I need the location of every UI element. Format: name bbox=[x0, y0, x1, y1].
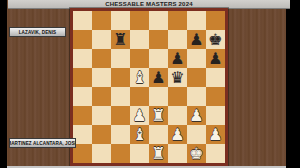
square-a8 bbox=[73, 11, 92, 30]
white-bishop-d5: ♝ bbox=[132, 68, 146, 87]
square-d2: ♝ bbox=[130, 125, 149, 144]
bottom-edge-strip bbox=[7, 166, 286, 168]
square-g6 bbox=[187, 49, 206, 68]
square-a6 bbox=[73, 49, 92, 68]
square-b5 bbox=[92, 68, 111, 87]
black-pawn-h6: ♟ bbox=[208, 49, 222, 68]
square-h7: ♚ bbox=[206, 30, 225, 49]
white-pawn-g3: ♟ bbox=[189, 106, 203, 125]
square-c5 bbox=[111, 68, 130, 87]
square-e4 bbox=[149, 87, 168, 106]
square-a4 bbox=[73, 87, 92, 106]
chess-board: ♜♟♚♟♟♝♟♛♟♜♟♝♟♟♜♚ bbox=[73, 11, 225, 163]
white-pawn-h2: ♟ bbox=[208, 125, 222, 144]
event-title: CHESSABLE MASTERS 2024 bbox=[105, 1, 192, 7]
square-b2 bbox=[92, 125, 111, 144]
white-rook-e1: ♜ bbox=[151, 144, 165, 163]
square-e3: ♜ bbox=[149, 106, 168, 125]
square-b3 bbox=[92, 106, 111, 125]
black-pawn-e5: ♟ bbox=[151, 68, 165, 87]
square-d8 bbox=[130, 11, 149, 30]
square-c8 bbox=[111, 11, 130, 30]
square-h5 bbox=[206, 68, 225, 87]
white-bishop-d2: ♝ bbox=[132, 125, 146, 144]
square-d3: ♟ bbox=[130, 106, 149, 125]
square-a5 bbox=[73, 68, 92, 87]
square-d6 bbox=[130, 49, 149, 68]
square-e1: ♜ bbox=[149, 144, 168, 163]
player-name-black: LAZAVIK, DENIS bbox=[19, 30, 57, 35]
white-pawn-f2: ♟ bbox=[170, 125, 184, 144]
square-c3 bbox=[111, 106, 130, 125]
player-plate-white: MARTINEZ ALCANTARA, JOSE bbox=[9, 138, 76, 148]
square-e6 bbox=[149, 49, 168, 68]
square-f6: ♟ bbox=[168, 49, 187, 68]
square-g3: ♟ bbox=[187, 106, 206, 125]
square-b8 bbox=[92, 11, 111, 30]
black-pawn-f6: ♟ bbox=[170, 49, 184, 68]
square-b6 bbox=[92, 49, 111, 68]
square-f8 bbox=[168, 11, 187, 30]
square-h3 bbox=[206, 106, 225, 125]
square-f3 bbox=[168, 106, 187, 125]
square-b4 bbox=[92, 87, 111, 106]
square-a3 bbox=[73, 106, 92, 125]
square-d7 bbox=[130, 30, 149, 49]
square-b1 bbox=[92, 144, 111, 163]
square-d1 bbox=[130, 144, 149, 163]
square-h4 bbox=[206, 87, 225, 106]
chess-board-frame: ♜♟♚♟♟♝♟♛♟♜♟♝♟♟♜♚ bbox=[70, 8, 228, 166]
square-a7 bbox=[73, 30, 92, 49]
black-queen-f5: ♛ bbox=[170, 68, 184, 87]
square-g5 bbox=[187, 68, 206, 87]
square-c7: ♜ bbox=[111, 30, 130, 49]
square-f2: ♟ bbox=[168, 125, 187, 144]
square-f1 bbox=[168, 144, 187, 163]
square-e7 bbox=[149, 30, 168, 49]
square-h1 bbox=[206, 144, 225, 163]
square-e5: ♟ bbox=[149, 68, 168, 87]
square-g2 bbox=[187, 125, 206, 144]
broadcast-frame: CHESSABLE MASTERS 2024 LAZAVIK, DENIS ♜♟… bbox=[0, 0, 300, 168]
player-name-white: MARTINEZ ALCANTARA, JOSE bbox=[9, 141, 76, 146]
player-plate-black: LAZAVIK, DENIS bbox=[9, 27, 66, 37]
square-e2 bbox=[149, 125, 168, 144]
square-e8 bbox=[149, 11, 168, 30]
square-g7: ♟ bbox=[187, 30, 206, 49]
square-g8 bbox=[187, 11, 206, 30]
black-pawn-g7: ♟ bbox=[189, 30, 203, 49]
square-f5: ♛ bbox=[168, 68, 187, 87]
square-f7 bbox=[168, 30, 187, 49]
square-c6 bbox=[111, 49, 130, 68]
square-g1: ♚ bbox=[187, 144, 206, 163]
square-h8 bbox=[206, 11, 225, 30]
square-f4 bbox=[168, 87, 187, 106]
white-king-g1: ♚ bbox=[189, 144, 203, 163]
square-h2: ♟ bbox=[206, 125, 225, 144]
square-c2 bbox=[111, 125, 130, 144]
square-c4 bbox=[111, 87, 130, 106]
white-pawn-d3: ♟ bbox=[132, 106, 146, 125]
square-d4 bbox=[130, 87, 149, 106]
square-d5: ♝ bbox=[130, 68, 149, 87]
square-g4 bbox=[187, 87, 206, 106]
black-rook-c7: ♜ bbox=[113, 30, 127, 49]
square-h6: ♟ bbox=[206, 49, 225, 68]
white-rook-e3: ♜ bbox=[151, 106, 165, 125]
square-c1 bbox=[111, 144, 130, 163]
black-king-h7: ♚ bbox=[208, 30, 222, 49]
square-b7 bbox=[92, 30, 111, 49]
